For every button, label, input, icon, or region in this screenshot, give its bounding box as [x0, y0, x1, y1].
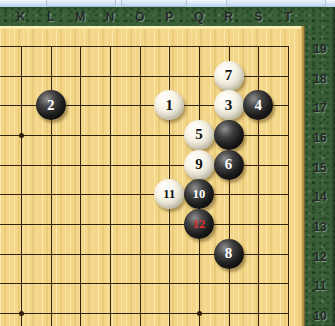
stone-white-r18-move-7[interactable]: 7: [214, 61, 244, 91]
stone-white-p17-move-1[interactable]: 1: [154, 90, 184, 120]
grid-line-col-O: [140, 46, 141, 326]
row-label-18: 18: [305, 70, 335, 88]
row-label-12: 12: [305, 248, 335, 266]
grid-line-row-14: [0, 194, 288, 195]
window-chrome-strip: [0, 0, 335, 7]
column-label-N: N: [100, 9, 120, 26]
move-number: 3: [225, 98, 233, 113]
board-top-edge-highlight: [0, 26, 305, 29]
stone-white-r17-move-3[interactable]: 3: [214, 90, 244, 120]
star-point-k10: [19, 311, 24, 316]
row-label-17: 17: [305, 99, 335, 117]
column-label-M: M: [70, 9, 90, 26]
move-number: 9: [195, 157, 203, 172]
row-label-16: 16: [305, 129, 335, 147]
move-number: 11: [163, 188, 175, 201]
move-number: 12: [193, 218, 206, 231]
star-point-k16: [19, 133, 24, 138]
stone-white-q16-move-5[interactable]: 5: [184, 120, 214, 150]
star-point-q10: [197, 311, 202, 316]
stone-black-q13-move-12[interactable]: 12: [184, 209, 214, 239]
column-label-K: K: [11, 9, 31, 26]
stone-black-r12-move-8[interactable]: 8: [214, 239, 244, 269]
move-number: 6: [225, 157, 233, 172]
column-label-Q: Q: [189, 9, 209, 26]
move-number: 2: [47, 98, 55, 113]
column-label-L: L: [41, 9, 61, 26]
grid-line-col-T: [288, 46, 289, 326]
stone-black-r15-move-6[interactable]: 6: [214, 150, 244, 180]
go-board[interactable]: 721345961110128: [0, 26, 305, 326]
move-number: 5: [195, 127, 203, 142]
column-label-R: R: [219, 9, 239, 26]
toolbar-button-edge: [46, 0, 116, 7]
go-app-window: 721345961110128 KLMNOPQRST 1918171615141…: [0, 0, 335, 326]
row-label-15: 15: [305, 159, 335, 177]
board-right-edge: [301, 26, 305, 326]
grid-line-row-16: [0, 135, 288, 136]
grid-line-col-N: [110, 46, 111, 326]
stone-black-l17-move-2[interactable]: 2: [36, 90, 66, 120]
row-label-19: 19: [305, 40, 335, 58]
column-label-P: P: [159, 9, 179, 26]
stone-white-q15-move-9[interactable]: 9: [184, 150, 214, 180]
stone-black-q14-move-10[interactable]: 10: [184, 179, 214, 209]
grid-line-row-11: [0, 283, 288, 284]
stone-black-r16-setup[interactable]: [214, 120, 244, 150]
column-label-T: T: [278, 9, 298, 26]
grid-line-col-K: [21, 46, 22, 326]
move-number: 8: [225, 246, 233, 261]
row-label-11: 11: [305, 277, 335, 295]
grid-line-row-10: [0, 313, 288, 314]
column-label-S: S: [248, 9, 268, 26]
grid-line-row-18: [0, 76, 288, 77]
grid-line-col-M: [80, 46, 81, 326]
toolbar-button-edge: [226, 0, 326, 7]
move-number: 7: [225, 68, 233, 83]
toolbar-button-edge: [121, 0, 187, 7]
grid-line-col-S: [258, 46, 259, 326]
move-number: 1: [166, 98, 174, 113]
column-label-O: O: [130, 9, 150, 26]
grid-line-row-19: [0, 46, 288, 47]
grid-line-row-12: [0, 254, 288, 255]
stone-black-s17-move-4[interactable]: 4: [243, 90, 273, 120]
grid-line-row-15: [0, 165, 288, 166]
row-label-13: 13: [305, 218, 335, 236]
move-number: 4: [254, 98, 262, 113]
board-frame: 721345961110128 KLMNOPQRST 1918171615141…: [0, 7, 335, 326]
grid-line-col-L: [51, 46, 52, 326]
row-label-10: 10: [305, 307, 335, 325]
move-number: 10: [193, 188, 206, 201]
stone-white-p14-move-11[interactable]: 11: [154, 179, 184, 209]
row-label-14: 14: [305, 188, 335, 206]
grid-line-row-13: [0, 224, 288, 225]
